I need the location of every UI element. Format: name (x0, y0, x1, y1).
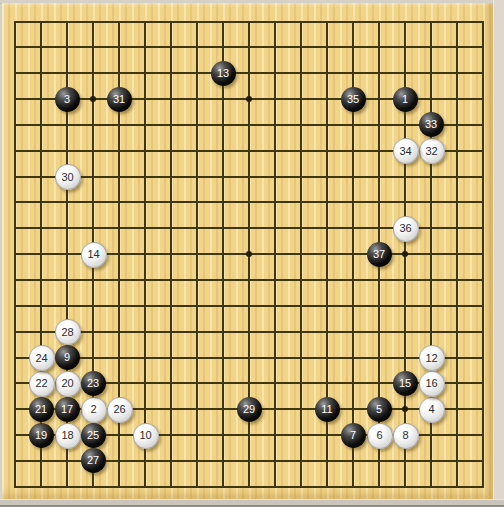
move-number: 6 (376, 430, 382, 441)
grid-line-vertical (274, 21, 276, 488)
stone-black-37: 37 (367, 242, 392, 267)
stone-black-31: 31 (107, 87, 132, 112)
stone-white-8: 8 (393, 423, 419, 449)
panel-frame-right (493, 0, 504, 507)
move-number: 7 (350, 430, 356, 441)
move-number: 3 (64, 94, 70, 105)
goban[interactable]: 1234567891011121314151617181920212223242… (2, 3, 494, 500)
move-number: 32 (425, 146, 437, 157)
stone-white-16: 16 (419, 371, 445, 397)
stone-black-35: 35 (341, 87, 366, 112)
move-number: 10 (139, 430, 151, 441)
move-number: 1 (402, 94, 408, 105)
stone-white-20: 20 (55, 371, 81, 397)
move-number: 28 (61, 327, 73, 338)
stone-white-24: 24 (29, 345, 55, 371)
move-number: 12 (425, 353, 437, 364)
star-point (402, 251, 408, 257)
stone-white-2: 2 (81, 397, 107, 423)
stone-black-27: 27 (81, 448, 106, 473)
stone-white-14: 14 (81, 242, 107, 268)
grid-line-horizontal (14, 279, 484, 281)
star-point (246, 251, 252, 257)
stone-black-7: 7 (341, 423, 366, 448)
move-number: 14 (87, 249, 99, 260)
move-number: 11 (321, 404, 332, 415)
stone-white-30: 30 (55, 164, 81, 190)
star-point (246, 96, 252, 102)
move-number: 26 (113, 404, 125, 415)
stone-black-3: 3 (55, 87, 80, 112)
stone-white-18: 18 (55, 423, 81, 449)
move-number: 19 (35, 430, 47, 441)
grid-line-vertical (456, 21, 458, 488)
move-number: 4 (428, 404, 434, 415)
star-point (90, 96, 96, 102)
move-number: 25 (87, 430, 99, 441)
stone-black-11: 11 (315, 397, 340, 422)
stone-black-33: 33 (419, 112, 444, 137)
star-point (402, 406, 408, 412)
stone-white-26: 26 (107, 397, 133, 423)
stone-black-13: 13 (211, 61, 236, 86)
move-number: 35 (347, 94, 359, 105)
move-number: 24 (35, 353, 47, 364)
move-number: 8 (402, 430, 408, 441)
grid-line-horizontal (14, 305, 484, 307)
grid-line-horizontal (14, 331, 484, 333)
stone-white-6: 6 (367, 423, 393, 449)
move-number: 16 (425, 378, 437, 389)
stone-white-10: 10 (133, 423, 159, 449)
stone-white-22: 22 (29, 371, 55, 397)
stone-white-34: 34 (393, 138, 419, 164)
stone-black-9: 9 (55, 345, 80, 370)
stone-black-25: 25 (81, 423, 106, 448)
grid-line-vertical (482, 21, 484, 488)
move-number: 23 (87, 378, 99, 389)
stone-white-36: 36 (393, 216, 419, 242)
stone-white-32: 32 (419, 138, 445, 164)
move-number: 33 (425, 119, 437, 130)
move-number: 13 (217, 68, 229, 79)
stone-black-21: 21 (29, 397, 54, 422)
stone-black-23: 23 (81, 371, 106, 396)
stone-white-28: 28 (55, 319, 81, 345)
stone-black-1: 1 (393, 87, 418, 112)
move-number: 30 (61, 172, 73, 183)
stone-black-29: 29 (237, 397, 262, 422)
panel-frame-bottom (0, 499, 504, 507)
move-number: 37 (373, 249, 385, 260)
stone-white-4: 4 (419, 397, 445, 423)
move-number: 31 (113, 94, 125, 105)
grid-line-horizontal (14, 357, 484, 359)
move-number: 18 (61, 430, 73, 441)
stone-black-15: 15 (393, 371, 418, 396)
stone-black-17: 17 (55, 397, 80, 422)
move-number: 17 (61, 404, 73, 415)
move-number: 15 (399, 378, 411, 389)
move-number: 36 (399, 223, 411, 234)
move-number: 9 (64, 352, 70, 363)
move-number: 27 (87, 455, 99, 466)
stone-white-12: 12 (419, 345, 445, 371)
grid-line-vertical (300, 21, 302, 488)
move-number: 5 (376, 404, 382, 415)
move-number: 2 (90, 404, 96, 415)
move-number: 21 (35, 404, 47, 415)
move-number: 20 (61, 378, 73, 389)
move-number: 34 (399, 146, 411, 157)
grid-line-horizontal (14, 486, 484, 488)
stone-black-19: 19 (29, 423, 54, 448)
move-number: 22 (35, 378, 47, 389)
go-game-window: 1234567891011121314151617181920212223242… (0, 0, 504, 507)
move-number: 29 (243, 404, 255, 415)
stone-black-5: 5 (367, 397, 392, 422)
